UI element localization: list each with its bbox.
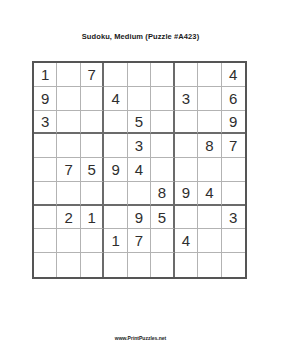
cell-r2c4: 4	[104, 87, 127, 111]
cell-r3c4	[104, 111, 127, 135]
cell-r4c5: 3	[128, 134, 151, 158]
cell-r8c9	[222, 229, 245, 253]
cell-r9c9	[222, 253, 245, 277]
cell-r3c6	[151, 111, 174, 135]
cell-r7c7	[175, 206, 198, 230]
cell-r5c4: 9	[104, 158, 127, 182]
cell-r7c3: 1	[81, 206, 104, 230]
footer-url: www.PrintPuzzles.net	[0, 335, 281, 341]
cell-r6c3	[81, 182, 104, 206]
cell-r8c5: 7	[128, 229, 151, 253]
cell-r8c8	[198, 229, 221, 253]
cell-r5c7	[175, 158, 198, 182]
cell-r4c7	[175, 134, 198, 158]
cell-r9c6	[151, 253, 174, 277]
cell-r3c3	[81, 111, 104, 135]
cell-r8c1	[34, 229, 57, 253]
cell-r9c8	[198, 253, 221, 277]
cell-r3c8	[198, 111, 221, 135]
cell-r2c5	[128, 87, 151, 111]
cell-r8c6	[151, 229, 174, 253]
cell-r6c6: 8	[151, 182, 174, 206]
cell-r5c5: 4	[128, 158, 151, 182]
cell-r7c2: 2	[57, 206, 80, 230]
cell-r5c8	[198, 158, 221, 182]
cell-r2c9: 6	[222, 87, 245, 111]
cell-r9c3	[81, 253, 104, 277]
cell-r8c2	[57, 229, 80, 253]
cell-r9c2	[57, 253, 80, 277]
cell-r7c9: 3	[222, 206, 245, 230]
cell-r4c1	[34, 134, 57, 158]
cell-r4c4	[104, 134, 127, 158]
cell-r1c5	[128, 63, 151, 87]
cell-r9c7	[175, 253, 198, 277]
cell-r3c2	[57, 111, 80, 135]
cell-r2c6	[151, 87, 174, 111]
cell-r4c9: 7	[222, 134, 245, 158]
cell-r8c4: 1	[104, 229, 127, 253]
cell-r3c5: 5	[128, 111, 151, 135]
cell-r1c8	[198, 63, 221, 87]
cell-r5c2: 7	[57, 158, 80, 182]
cell-r3c7	[175, 111, 198, 135]
cell-r2c2	[57, 87, 80, 111]
cell-r1c9: 4	[222, 63, 245, 87]
cell-r6c9	[222, 182, 245, 206]
cell-r6c1	[34, 182, 57, 206]
cell-r2c7: 3	[175, 87, 198, 111]
cell-r1c3: 7	[81, 63, 104, 87]
cell-r4c3	[81, 134, 104, 158]
cell-r7c6: 5	[151, 206, 174, 230]
cell-r2c3	[81, 87, 104, 111]
cell-r3c1: 3	[34, 111, 57, 135]
cell-r4c8: 8	[198, 134, 221, 158]
cell-r9c5	[128, 253, 151, 277]
cell-r7c4	[104, 206, 127, 230]
cell-r5c9	[222, 158, 245, 182]
cell-r5c1	[34, 158, 57, 182]
cell-r6c8: 4	[198, 182, 221, 206]
cell-r6c4	[104, 182, 127, 206]
cell-r6c5	[128, 182, 151, 206]
cell-r5c6	[151, 158, 174, 182]
cell-r2c8	[198, 87, 221, 111]
cell-r8c3	[81, 229, 104, 253]
cell-r6c7: 9	[175, 182, 198, 206]
cell-r1c1: 1	[34, 63, 57, 87]
cell-r1c6	[151, 63, 174, 87]
sudoku-grid: 1749436359387759489421953174	[32, 61, 247, 279]
cell-r4c6	[151, 134, 174, 158]
cell-r9c1	[34, 253, 57, 277]
cell-r1c4	[104, 63, 127, 87]
cell-r1c2	[57, 63, 80, 87]
cell-r3c9: 9	[222, 111, 245, 135]
cell-r6c2	[57, 182, 80, 206]
cell-r2c1: 9	[34, 87, 57, 111]
cell-r4c2	[57, 134, 80, 158]
page-title: Sudoku, Medium (Puzzle #A423)	[0, 32, 281, 41]
cell-r7c5: 9	[128, 206, 151, 230]
cell-r9c4	[104, 253, 127, 277]
cell-r5c3: 5	[81, 158, 104, 182]
cell-r8c7: 4	[175, 229, 198, 253]
cell-r7c8	[198, 206, 221, 230]
cell-r1c7	[175, 63, 198, 87]
cell-r7c1	[34, 206, 57, 230]
